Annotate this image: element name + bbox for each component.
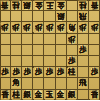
- board-cell[interactable]: [0, 34, 11, 45]
- shogi-piece-gote: 歩: [11, 22, 21, 32]
- shogi-piece-sente: 飛: [78, 78, 88, 88]
- board-cell[interactable]: 歩: [78, 45, 89, 56]
- board-cell[interactable]: [67, 45, 78, 56]
- board-cell[interactable]: 歩: [44, 22, 55, 33]
- board-cell[interactable]: [33, 11, 44, 22]
- star-point: [32, 66, 34, 68]
- board-cell[interactable]: [56, 45, 67, 56]
- board-cell[interactable]: [22, 45, 33, 56]
- board-cell[interactable]: [78, 67, 89, 78]
- board-cell[interactable]: 歩: [67, 56, 78, 67]
- board-cell[interactable]: 飛: [78, 11, 89, 22]
- board-cell[interactable]: [44, 45, 55, 56]
- board-cell[interactable]: [33, 34, 44, 45]
- shogi-piece-sente: 歩: [67, 56, 77, 66]
- board-cell[interactable]: 歩: [22, 67, 33, 78]
- board-cell[interactable]: 角: [11, 78, 22, 89]
- board-cell[interactable]: 歩: [0, 22, 11, 33]
- board-cell[interactable]: 角: [67, 22, 78, 33]
- board-cell[interactable]: [44, 34, 55, 45]
- board-cell[interactable]: [56, 78, 67, 89]
- shogi-piece-sente: 歩: [45, 67, 55, 77]
- shogi-piece-gote: 歩: [78, 22, 88, 32]
- board-cell[interactable]: [89, 11, 100, 22]
- board-cell[interactable]: 銀: [22, 0, 33, 11]
- board-cell[interactable]: 玉: [44, 90, 55, 101]
- board-cell[interactable]: 香: [89, 0, 100, 11]
- shogi-piece-sente: 歩: [34, 67, 44, 77]
- shogi-piece-sente: 金: [34, 90, 44, 100]
- board-cell[interactable]: 銀: [67, 90, 78, 101]
- board-cell[interactable]: [33, 78, 44, 89]
- shogi-piece-sente: 歩: [11, 67, 21, 77]
- board-cell[interactable]: [44, 56, 55, 67]
- board-cell[interactable]: [89, 78, 100, 89]
- shogi-piece-gote: 桂: [11, 0, 21, 10]
- board-cell[interactable]: [0, 45, 11, 56]
- board-cell[interactable]: [11, 45, 22, 56]
- board-cell[interactable]: 金: [56, 90, 67, 101]
- board-cell[interactable]: 銀: [22, 90, 33, 101]
- shogi-board: 香桂銀金王金桂香銀飛歩歩歩歩歩歩角歩歩歩歩歩歩歩歩歩歩歩桂歩角飛香桂銀金玉金銀香: [0, 0, 100, 100]
- shogi-piece-gote: 銀: [22, 0, 32, 10]
- board-cell[interactable]: 歩: [78, 22, 89, 33]
- board-cell[interactable]: [89, 45, 100, 56]
- board-cell[interactable]: 金: [33, 0, 44, 11]
- board-cell[interactable]: 香: [0, 0, 11, 11]
- board-cell[interactable]: 桂: [11, 90, 22, 101]
- shogi-piece-gote: 金: [56, 0, 66, 10]
- shogi-piece-sente: 桂: [67, 67, 77, 77]
- shogi-piece-sente: 角: [11, 78, 21, 88]
- board-cell[interactable]: 歩: [44, 67, 55, 78]
- shogi-piece-gote: 歩: [67, 34, 77, 44]
- board-cell[interactable]: [44, 11, 55, 22]
- board-cell[interactable]: [11, 34, 22, 45]
- board-cell[interactable]: 歩: [89, 22, 100, 33]
- board-cell[interactable]: [0, 11, 11, 22]
- board-cell[interactable]: [78, 34, 89, 45]
- board-cell[interactable]: 歩: [33, 22, 44, 33]
- board-cell[interactable]: 香: [89, 90, 100, 101]
- board-cell[interactable]: 歩: [67, 34, 78, 45]
- board-cell[interactable]: 桂: [67, 67, 78, 78]
- shogi-piece-gote: 香: [0, 0, 10, 10]
- board-cell[interactable]: [56, 34, 67, 45]
- board-cell[interactable]: [67, 11, 78, 22]
- board-cell[interactable]: [22, 34, 33, 45]
- shogi-piece-sente: 銀: [67, 90, 77, 100]
- board-cell[interactable]: 歩: [56, 67, 67, 78]
- shogi-piece-sente: 銀: [22, 90, 32, 100]
- shogi-piece-gote: 歩: [45, 22, 55, 32]
- shogi-piece-gote: 王: [45, 0, 55, 10]
- board-cell[interactable]: [78, 90, 89, 101]
- board-cell[interactable]: [11, 56, 22, 67]
- star-point: [66, 66, 68, 68]
- board-cell[interactable]: 歩: [89, 67, 100, 78]
- shogi-piece-gote: 歩: [34, 22, 44, 32]
- board-cell[interactable]: 飛: [78, 78, 89, 89]
- board-cell[interactable]: 歩: [11, 22, 22, 33]
- board-cell[interactable]: [89, 34, 100, 45]
- shogi-piece-gote: 桂: [78, 0, 88, 10]
- board-cell[interactable]: 桂: [11, 0, 22, 11]
- board-cell[interactable]: 金: [33, 90, 44, 101]
- board-cell[interactable]: 銀: [56, 11, 67, 22]
- board-cell[interactable]: 歩: [11, 67, 22, 78]
- board-cell[interactable]: [44, 78, 55, 89]
- star-point: [66, 32, 68, 34]
- shogi-piece-gote: 金: [34, 0, 44, 10]
- board-cell[interactable]: 王: [44, 0, 55, 11]
- shogi-piece-sente: 歩: [78, 45, 88, 55]
- shogi-piece-gote: 角: [67, 22, 77, 32]
- board-cell[interactable]: [33, 56, 44, 67]
- shogi-piece-gote: 歩: [56, 22, 66, 32]
- shogi-piece-sente: 歩: [90, 67, 100, 77]
- board-cell[interactable]: [89, 56, 100, 67]
- shogi-piece-sente: 香: [0, 90, 10, 100]
- shogi-piece-gote: 飛: [78, 11, 88, 21]
- shogi-piece-sente: 玉: [45, 90, 55, 100]
- star-point: [32, 32, 34, 34]
- shogi-piece-sente: 桂: [11, 90, 21, 100]
- shogi-piece-sente: 歩: [56, 67, 66, 77]
- board-cell[interactable]: 香: [0, 90, 11, 101]
- board-cell[interactable]: [67, 0, 78, 11]
- shogi-piece-sente: 香: [90, 90, 100, 100]
- board-cell[interactable]: 桂: [78, 0, 89, 11]
- shogi-piece-sente: 金: [56, 90, 66, 100]
- board-cell[interactable]: [33, 45, 44, 56]
- shogi-piece-gote: 歩: [0, 22, 10, 32]
- shogi-piece-gote: 歩: [90, 22, 100, 32]
- board-cell[interactable]: [22, 78, 33, 89]
- board-grid: 香桂銀金王金桂香銀飛歩歩歩歩歩歩角歩歩歩歩歩歩歩歩歩歩歩桂歩角飛香桂銀金玉金銀香: [0, 0, 100, 100]
- board-cell[interactable]: 歩: [33, 67, 44, 78]
- shogi-piece-gote: 歩: [22, 22, 32, 32]
- board-cell[interactable]: [78, 56, 89, 67]
- board-cell[interactable]: [22, 11, 33, 22]
- board-cell[interactable]: [67, 78, 78, 89]
- board-cell[interactable]: [0, 56, 11, 67]
- board-cell[interactable]: 歩: [0, 67, 11, 78]
- shogi-piece-gote: 銀: [56, 11, 66, 21]
- shogi-piece-sente: 歩: [22, 67, 32, 77]
- shogi-piece-sente: 歩: [0, 67, 10, 77]
- board-cell[interactable]: [0, 78, 11, 89]
- board-cell[interactable]: 金: [56, 0, 67, 11]
- board-cell[interactable]: [11, 11, 22, 22]
- shogi-piece-gote: 香: [90, 0, 100, 10]
